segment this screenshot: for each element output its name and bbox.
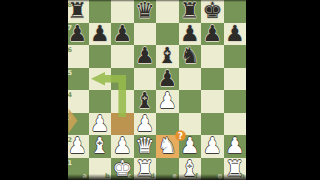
- letterbox-left: [0, 0, 68, 180]
- bottom-edge-fade: [0, 174, 320, 180]
- top-edge-fade: [0, 0, 320, 2]
- engine-suggestion-arrow: [91, 72, 126, 117]
- letterbox-right: [246, 0, 320, 180]
- video-frame: 87654321abcdefgh♜♛♜♚♟♟♟♟♟♟♟♝♞♟♝♟♟♟♟♝♟♛♞♟…: [0, 0, 320, 180]
- mistake-badge-symbol: ?: [178, 131, 183, 141]
- cropped-arrowhead-marker: [69, 109, 78, 134]
- annotation-overlay: ?: [66, 0, 246, 180]
